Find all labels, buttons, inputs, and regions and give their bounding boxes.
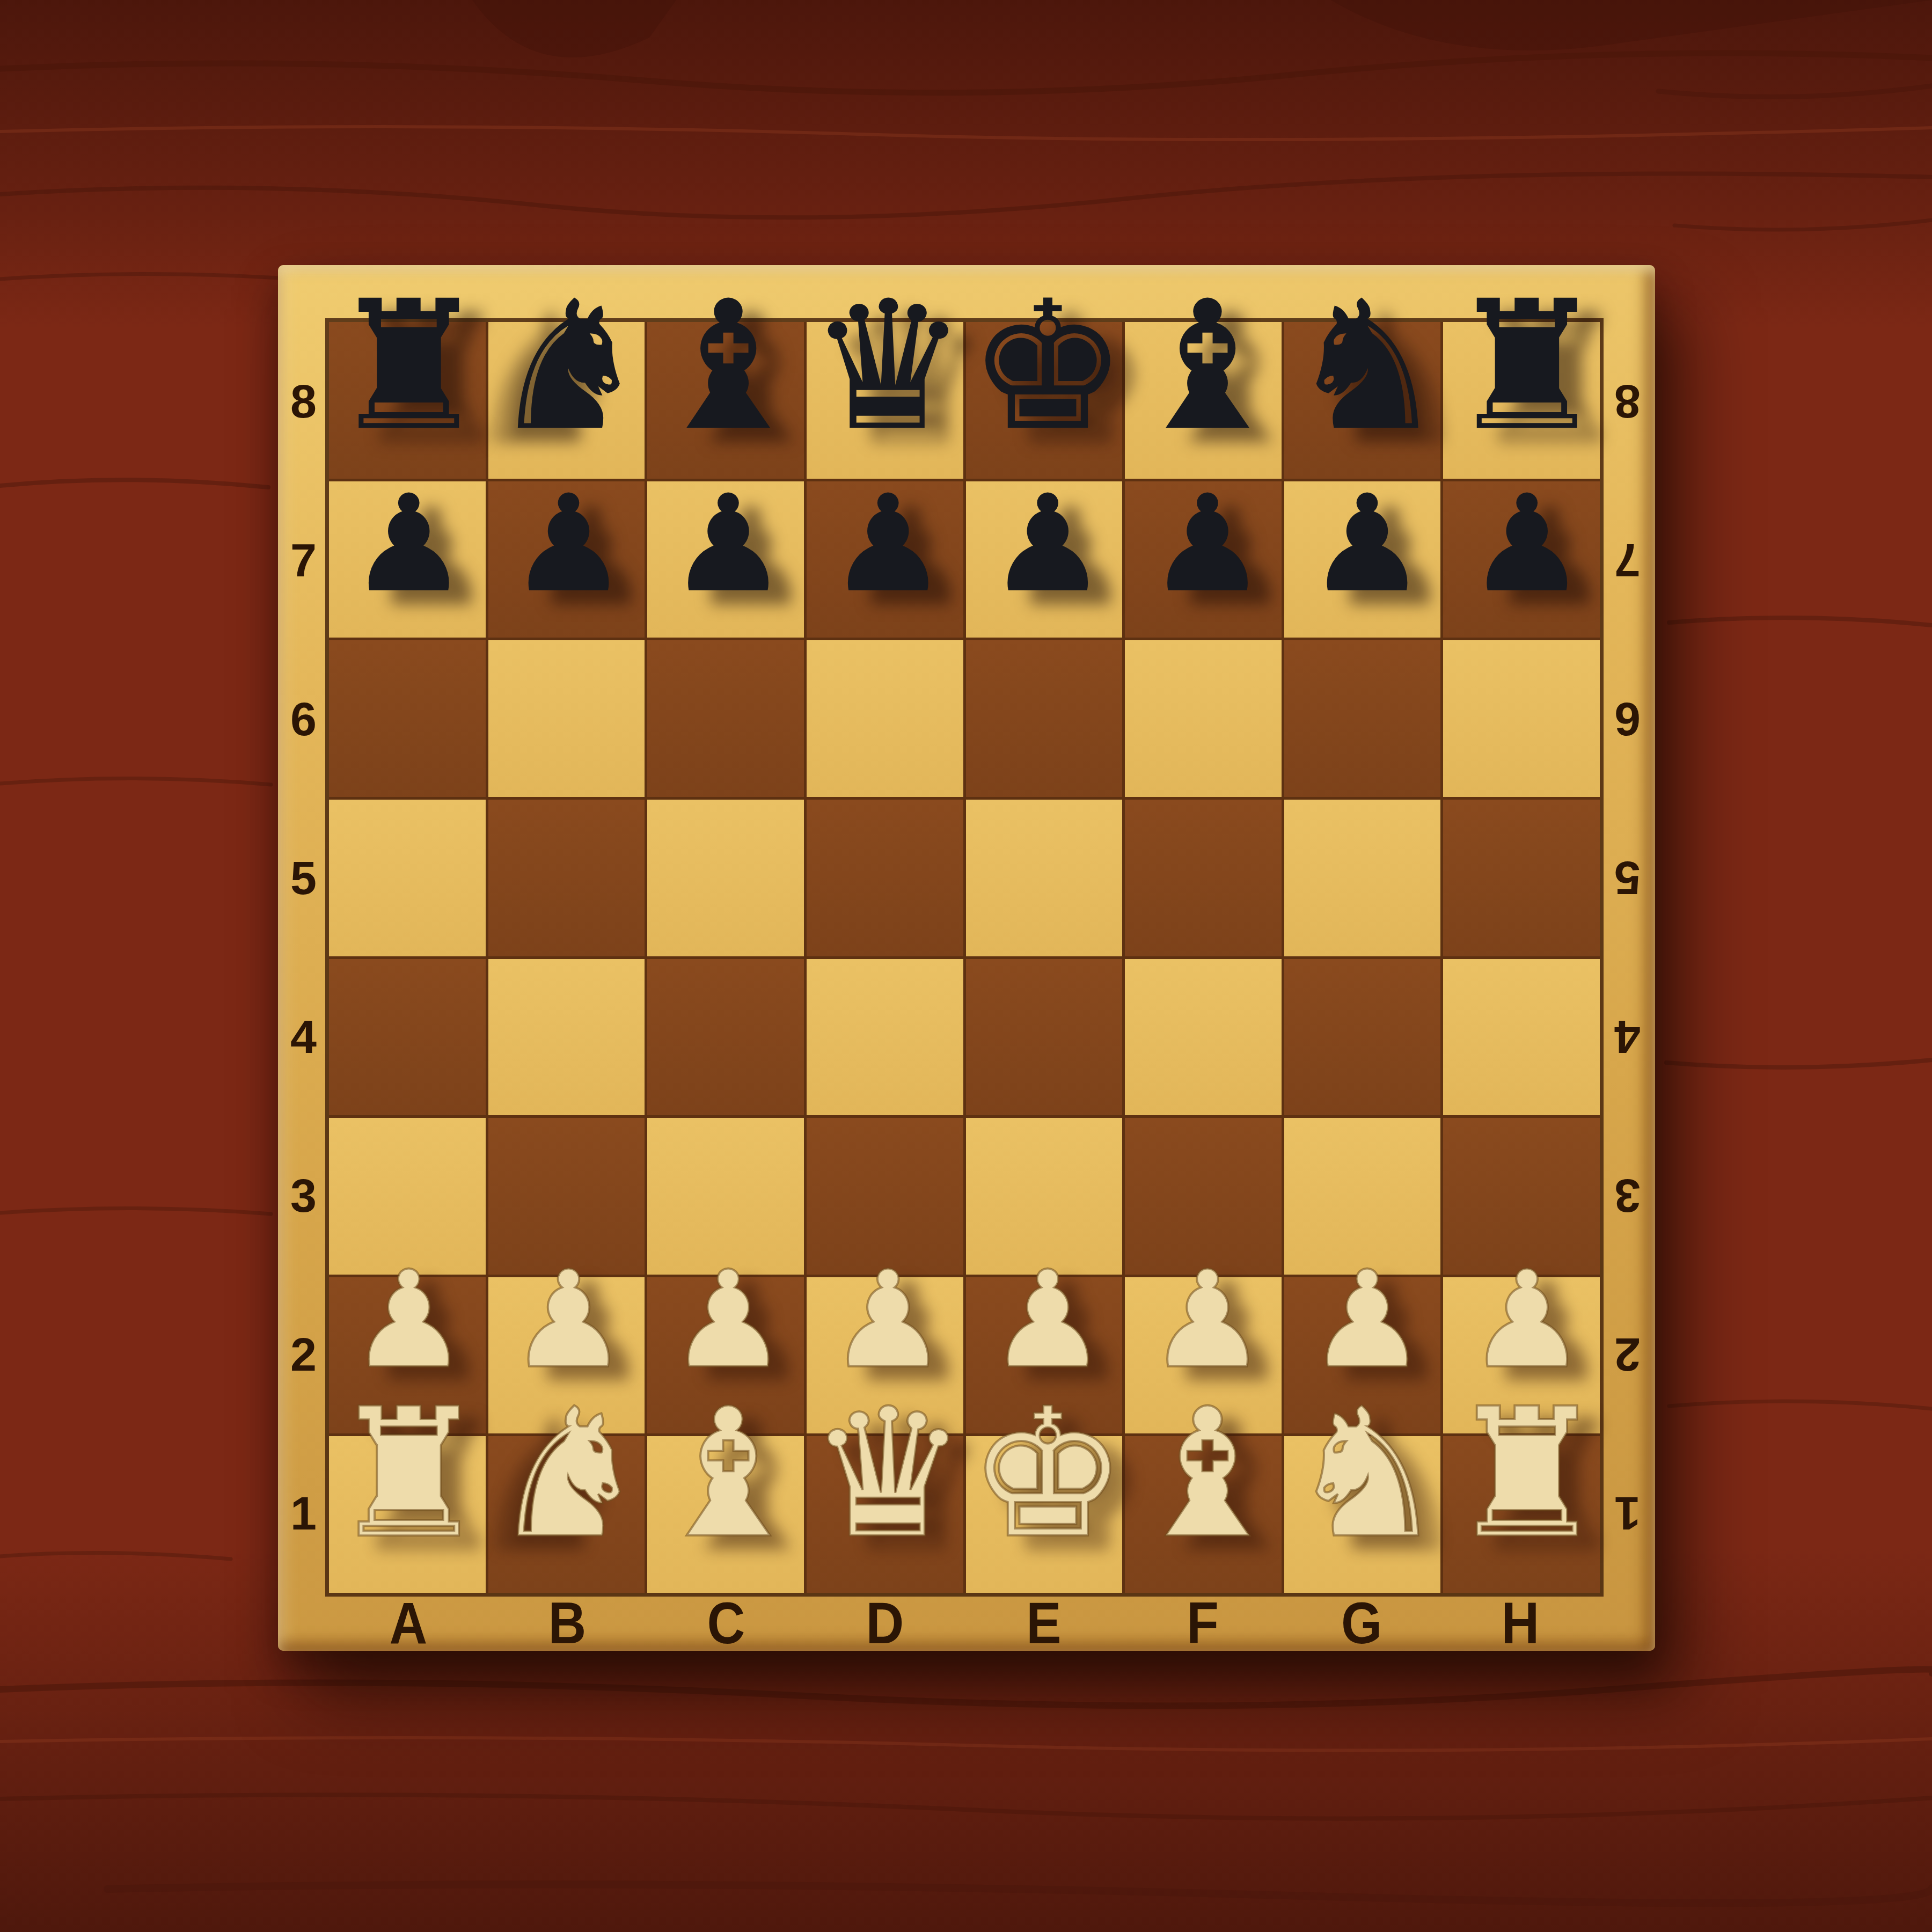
square-c7[interactable] [647,481,804,638]
file-label-f: F [1123,1589,1282,1657]
square-c8[interactable] [647,322,804,479]
square-g4[interactable] [1284,959,1441,1116]
rank-label-6-right: 6 [1600,640,1655,799]
square-f1[interactable] [1125,1436,1282,1593]
square-c3[interactable] [647,1118,804,1275]
file-label-g: G [1282,1589,1441,1657]
file-label-c: C [647,1589,806,1657]
square-b2[interactable] [488,1277,645,1434]
square-b3[interactable] [488,1118,645,1275]
square-e5[interactable] [966,800,1123,956]
square-b8[interactable] [488,322,645,479]
square-g8[interactable] [1284,322,1441,479]
rank-label-3-right: 3 [1600,1116,1655,1275]
file-label-b: B [488,1589,647,1657]
square-a3[interactable] [329,1118,486,1275]
square-d3[interactable] [807,1118,963,1275]
square-f4[interactable] [1125,959,1282,1116]
square-g6[interactable] [1284,640,1441,797]
square-b1[interactable] [488,1436,645,1593]
file-label-a: A [329,1589,488,1657]
square-h7[interactable] [1443,481,1600,638]
rank-label-1-left: 1 [278,1434,329,1593]
square-c5[interactable] [647,800,804,956]
rank-label-3-left: 3 [278,1116,329,1275]
square-e4[interactable] [966,959,1123,1116]
rank-labels-right: 87654321 [1600,322,1655,1593]
file-label-e: E [964,1589,1123,1657]
square-d4[interactable] [807,959,963,1116]
square-b5[interactable] [488,800,645,956]
rank-label-2-right: 2 [1600,1275,1655,1434]
square-a4[interactable] [329,959,486,1116]
square-c2[interactable] [647,1277,804,1434]
file-label-d: D [806,1589,964,1657]
square-a5[interactable] [329,800,486,956]
rank-label-4-left: 4 [278,957,329,1116]
board-squares [329,322,1600,1593]
square-a8[interactable] [329,322,486,479]
square-e6[interactable] [966,640,1123,797]
square-h6[interactable] [1443,640,1600,797]
square-h3[interactable] [1443,1118,1600,1275]
rank-label-1-right: 1 [1600,1434,1655,1593]
square-c4[interactable] [647,959,804,1116]
square-h8[interactable] [1443,322,1600,479]
square-a6[interactable] [329,640,486,797]
rank-label-5-left: 5 [278,799,329,957]
square-e1[interactable] [966,1436,1123,1593]
wood-table-background: ♜♞♝♛♚♝♞♜♟♟♟♟♟♟♟♟♟♟♟♟♟♟♟♟♜♞♝♛♚♝♞♜ 8765432… [0,0,1932,1932]
square-h4[interactable] [1443,959,1600,1116]
square-f3[interactable] [1125,1118,1282,1275]
square-b6[interactable] [488,640,645,797]
square-e7[interactable] [966,481,1123,638]
square-a1[interactable] [329,1436,486,1593]
square-d5[interactable] [807,800,963,956]
file-label-h: H [1441,1589,1600,1657]
square-d2[interactable] [807,1277,963,1434]
square-b4[interactable] [488,959,645,1116]
file-labels-bottom: ABCDEFGH [329,1593,1600,1651]
square-d6[interactable] [807,640,963,797]
rank-label-7-right: 7 [1600,481,1655,640]
square-f2[interactable] [1125,1277,1282,1434]
square-f5[interactable] [1125,800,1282,956]
square-g2[interactable] [1284,1277,1441,1434]
square-g7[interactable] [1284,481,1441,638]
square-f6[interactable] [1125,640,1282,797]
rank-label-2-left: 2 [278,1275,329,1434]
square-a2[interactable] [329,1277,486,1434]
rank-labels-left: 87654321 [278,322,329,1593]
square-h2[interactable] [1443,1277,1600,1434]
square-f7[interactable] [1125,481,1282,638]
rank-label-4-right: 4 [1600,957,1655,1116]
square-e2[interactable] [966,1277,1123,1434]
square-e3[interactable] [966,1118,1123,1275]
rank-label-8-right: 8 [1600,322,1655,481]
square-b7[interactable] [488,481,645,638]
rank-label-5-right: 5 [1600,799,1655,957]
square-h1[interactable] [1443,1436,1600,1593]
rank-label-6-left: 6 [278,640,329,799]
square-h5[interactable] [1443,800,1600,956]
square-e8[interactable] [966,322,1123,479]
rank-label-8-left: 8 [278,322,329,481]
square-c6[interactable] [647,640,804,797]
square-c1[interactable] [647,1436,804,1593]
square-d7[interactable] [807,481,963,638]
chess-board: ♜♞♝♛♚♝♞♜♟♟♟♟♟♟♟♟♟♟♟♟♟♟♟♟♜♞♝♛♚♝♞♜ 8765432… [278,265,1655,1651]
square-g1[interactable] [1284,1436,1441,1593]
square-d1[interactable] [807,1436,963,1593]
square-g3[interactable] [1284,1118,1441,1275]
square-g5[interactable] [1284,800,1441,956]
square-d8[interactable] [807,322,963,479]
rank-label-7-left: 7 [278,481,329,640]
square-a7[interactable] [329,481,486,638]
square-f8[interactable] [1125,322,1282,479]
